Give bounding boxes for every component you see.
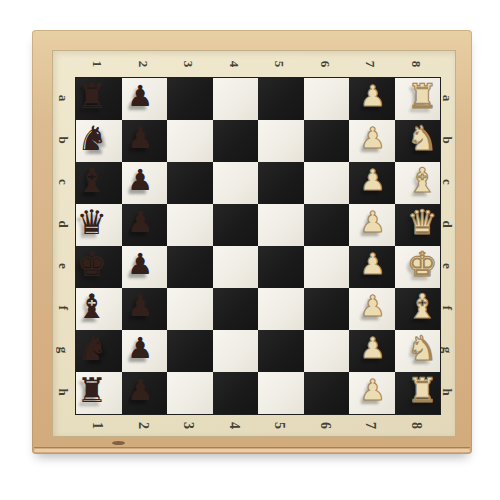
square-h2[interactable]: ♟ (122, 372, 168, 414)
piece-light-pawn[interactable]: ♟ (360, 82, 386, 111)
square-e3[interactable] (167, 246, 213, 288)
square-c4[interactable] (213, 162, 259, 204)
square-b7[interactable]: ♟ (349, 120, 395, 162)
square-e8[interactable]: ♚ (395, 246, 441, 288)
square-f3[interactable] (167, 288, 213, 330)
piece-dark-queen[interactable]: ♛ (77, 205, 107, 239)
piece-dark-bishop[interactable]: ♝ (77, 163, 107, 197)
piece-light-pawn[interactable]: ♟ (360, 250, 386, 279)
square-h4[interactable] (213, 372, 259, 414)
wooden-frame: 12345678 12345678 abcdefgh abcdefgh ♜♟♟♜… (32, 30, 472, 454)
piece-dark-rook[interactable]: ♜ (77, 373, 107, 407)
square-d6[interactable] (304, 204, 350, 246)
square-f1[interactable]: ♝ (76, 288, 122, 330)
square-c1[interactable]: ♝ (76, 162, 122, 204)
square-d1[interactable]: ♛ (76, 204, 122, 246)
piece-light-pawn[interactable]: ♟ (360, 124, 386, 153)
square-a7[interactable]: ♟ (349, 78, 395, 120)
square-f7[interactable]: ♟ (349, 288, 395, 330)
piece-light-knight[interactable]: ♞ (407, 121, 437, 155)
square-c3[interactable] (167, 162, 213, 204)
piece-dark-pawn[interactable]: ♟ (127, 292, 153, 321)
square-g8[interactable]: ♞ (395, 330, 441, 372)
square-f6[interactable] (304, 288, 350, 330)
square-d3[interactable] (167, 204, 213, 246)
piece-light-pawn[interactable]: ♟ (360, 208, 386, 237)
piece-light-bishop[interactable]: ♝ (407, 163, 437, 197)
piece-dark-king[interactable]: ♚ (77, 247, 107, 281)
piece-dark-pawn[interactable]: ♟ (127, 250, 153, 279)
square-c8[interactable]: ♝ (395, 162, 441, 204)
square-d4[interactable] (213, 204, 259, 246)
square-e1[interactable]: ♚ (76, 246, 122, 288)
square-e7[interactable]: ♟ (349, 246, 395, 288)
board-face: 12345678 12345678 abcdefgh abcdefgh ♜♟♟♜… (52, 50, 456, 437)
square-g3[interactable] (167, 330, 213, 372)
piece-light-pawn[interactable]: ♟ (360, 166, 386, 195)
piece-light-pawn[interactable]: ♟ (360, 292, 386, 321)
square-d5[interactable] (258, 204, 304, 246)
square-g4[interactable] (213, 330, 259, 372)
piece-dark-pawn[interactable]: ♟ (127, 208, 153, 237)
square-g6[interactable] (304, 330, 350, 372)
square-b2[interactable]: ♟ (122, 120, 168, 162)
square-b4[interactable] (213, 120, 259, 162)
piece-dark-bishop[interactable]: ♝ (77, 289, 107, 323)
square-a1[interactable]: ♜ (76, 78, 122, 120)
square-h1[interactable]: ♜ (76, 372, 122, 414)
piece-dark-knight[interactable]: ♞ (77, 331, 107, 365)
square-g7[interactable]: ♟ (349, 330, 395, 372)
piece-light-bishop[interactable]: ♝ (407, 289, 437, 323)
square-b8[interactable]: ♞ (395, 120, 441, 162)
piece-light-rook[interactable]: ♜ (407, 79, 437, 113)
square-a2[interactable]: ♟ (122, 78, 168, 120)
square-f8[interactable]: ♝ (395, 288, 441, 330)
square-b6[interactable] (304, 120, 350, 162)
square-h5[interactable] (258, 372, 304, 414)
piece-dark-pawn[interactable]: ♟ (127, 376, 153, 405)
square-f5[interactable] (258, 288, 304, 330)
square-d2[interactable]: ♟ (122, 204, 168, 246)
square-h8[interactable]: ♜ (395, 372, 441, 414)
frame-edge-highlight (34, 449, 470, 452)
square-e4[interactable] (213, 246, 259, 288)
square-a6[interactable] (304, 78, 350, 120)
wood-knot (112, 441, 125, 445)
piece-dark-knight[interactable]: ♞ (77, 121, 107, 155)
square-c7[interactable]: ♟ (349, 162, 395, 204)
square-c6[interactable] (304, 162, 350, 204)
piece-dark-pawn[interactable]: ♟ (127, 124, 153, 153)
square-a3[interactable] (167, 78, 213, 120)
square-d7[interactable]: ♟ (349, 204, 395, 246)
rank-labels-top: 12345678 (75, 51, 439, 77)
square-g5[interactable] (258, 330, 304, 372)
piece-light-pawn[interactable]: ♟ (360, 334, 386, 363)
chess-set-photo: 12345678 12345678 abcdefgh abcdefgh ♜♟♟♜… (0, 0, 500, 500)
rank-labels-bottom: 12345678 (75, 413, 439, 438)
square-f4[interactable] (213, 288, 259, 330)
chess-board: ♜♟♟♜♞♟♟♞♝♟♟♝♛♟♟♛♚♟♟♚♝♟♟♝♞♟♟♞♜♟♟♜ (75, 77, 441, 415)
piece-light-queen[interactable]: ♛ (407, 205, 437, 239)
file-labels-right: abcdefgh (439, 77, 457, 413)
square-h3[interactable] (167, 372, 213, 414)
square-g2[interactable]: ♟ (122, 330, 168, 372)
file-labels-left: abcdefgh (53, 77, 75, 413)
square-a8[interactable]: ♜ (395, 78, 441, 120)
square-h7[interactable]: ♟ (349, 372, 395, 414)
piece-dark-pawn[interactable]: ♟ (127, 166, 153, 195)
square-e6[interactable] (304, 246, 350, 288)
square-c5[interactable] (258, 162, 304, 204)
square-c2[interactable]: ♟ (122, 162, 168, 204)
square-b3[interactable] (167, 120, 213, 162)
square-e5[interactable] (258, 246, 304, 288)
square-h6[interactable] (304, 372, 350, 414)
square-a5[interactable] (258, 78, 304, 120)
square-e2[interactable]: ♟ (122, 246, 168, 288)
square-f2[interactable]: ♟ (122, 288, 168, 330)
piece-light-rook[interactable]: ♜ (407, 373, 437, 407)
piece-light-pawn[interactable]: ♟ (360, 376, 386, 405)
piece-light-knight[interactable]: ♞ (407, 331, 437, 365)
square-g1[interactable]: ♞ (76, 330, 122, 372)
square-a4[interactable] (213, 78, 259, 120)
square-b1[interactable]: ♞ (76, 120, 122, 162)
piece-dark-rook[interactable]: ♜ (77, 79, 107, 113)
square-b5[interactable] (258, 120, 304, 162)
piece-dark-pawn[interactable]: ♟ (127, 82, 153, 111)
piece-dark-pawn[interactable]: ♟ (127, 334, 153, 363)
piece-light-king[interactable]: ♚ (407, 247, 437, 281)
square-d8[interactable]: ♛ (395, 204, 441, 246)
